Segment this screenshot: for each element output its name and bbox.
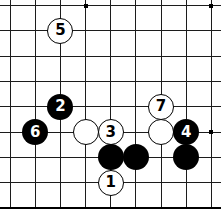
black-stone-4: 4 <box>173 119 199 145</box>
grid-line-horizontal <box>0 81 221 82</box>
white-stone <box>73 119 99 145</box>
white-stone-5: 5 <box>47 18 73 44</box>
star-point <box>209 4 213 8</box>
grid-line-vertical <box>10 0 11 209</box>
move-number-label: 6 <box>30 125 40 140</box>
white-stone-7: 7 <box>148 94 174 120</box>
star-point <box>84 4 88 8</box>
grid-line-vertical <box>135 0 136 209</box>
grid-line-vertical <box>211 0 212 209</box>
grid-line-horizontal <box>0 30 221 31</box>
white-stone-1: 1 <box>98 170 124 196</box>
grid-line-vertical <box>85 0 86 209</box>
move-number-label: 2 <box>55 99 65 114</box>
move-number-label: 4 <box>181 125 191 140</box>
star-point <box>209 130 213 134</box>
move-number-label: 7 <box>156 99 166 114</box>
grid-line-horizontal <box>0 106 221 107</box>
move-number-label: 1 <box>106 175 116 190</box>
move-number-label: 3 <box>106 125 116 140</box>
white-stone-3: 3 <box>98 119 124 145</box>
grid-line-vertical <box>186 0 187 209</box>
board-bottom-edge-line <box>0 207 221 209</box>
black-stone <box>98 144 124 170</box>
black-stone-2: 2 <box>47 94 73 120</box>
grid-line-horizontal <box>0 56 221 57</box>
grid-line-vertical <box>35 0 36 209</box>
black-stone <box>173 144 199 170</box>
white-stone <box>148 119 174 145</box>
go-board-diagram: 5276341 <box>0 0 221 221</box>
black-stone <box>123 144 149 170</box>
grid-line-horizontal <box>0 5 221 6</box>
black-stone-6: 6 <box>22 119 48 145</box>
move-number-label: 5 <box>55 23 65 38</box>
